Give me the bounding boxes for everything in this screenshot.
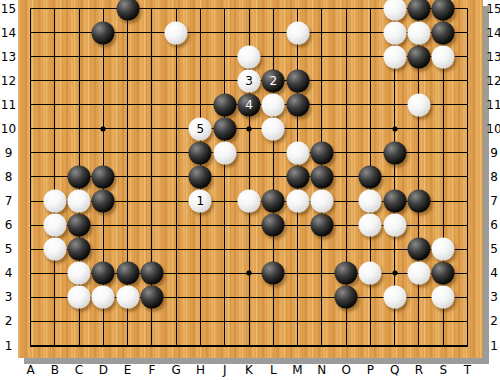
- grid-cell: [176, 249, 200, 273]
- grid-cell: [151, 152, 175, 176]
- grid-cell: [54, 80, 78, 104]
- black-stone[interactable]: [335, 286, 358, 309]
- white-stone[interactable]: [213, 141, 236, 164]
- coordinate-label: K: [239, 363, 259, 377]
- white-stone[interactable]: [116, 286, 139, 309]
- grid-cell: [103, 80, 127, 104]
- white-stone[interactable]: [359, 190, 382, 213]
- white-stone[interactable]: [68, 190, 91, 213]
- white-stone[interactable]: [92, 286, 115, 309]
- grid-cell: [418, 321, 442, 345]
- coordinate-label: 13: [0, 50, 17, 64]
- black-stone[interactable]: [407, 45, 430, 68]
- black-stone[interactable]: [432, 21, 455, 44]
- grid-cell: [127, 104, 151, 128]
- coordinate-label: 7: [0, 194, 17, 208]
- coordinate-label: L: [263, 363, 283, 377]
- black-stone[interactable]: [310, 166, 333, 189]
- coordinate-label: G: [166, 363, 186, 377]
- white-stone[interactable]: [359, 214, 382, 237]
- grid-cell: [200, 225, 224, 249]
- grid-cell: [79, 321, 103, 345]
- black-stone[interactable]: 2: [262, 69, 285, 92]
- coordinate-label: 9: [486, 146, 500, 160]
- white-stone[interactable]: [286, 190, 309, 213]
- grid-cell: [249, 152, 273, 176]
- white-stone[interactable]: [262, 117, 285, 140]
- black-stone[interactable]: [213, 117, 236, 140]
- coordinate-label: 2: [0, 314, 17, 328]
- grid-cell: [127, 152, 151, 176]
- grid-cell: [79, 80, 103, 104]
- black-stone[interactable]: [213, 93, 236, 116]
- coordinate-label: P: [360, 363, 380, 377]
- black-stone[interactable]: [407, 190, 430, 213]
- coordinate-label: 12: [486, 74, 500, 88]
- black-stone[interactable]: [92, 166, 115, 189]
- white-stone[interactable]: [262, 93, 285, 116]
- go-diagram: 24351 151413121110987654321 151413121110…: [0, 0, 500, 380]
- coordinate-label: M: [288, 363, 308, 377]
- grid-cell: [176, 80, 200, 104]
- white-stone[interactable]: [432, 286, 455, 309]
- grid-cell: [443, 80, 467, 104]
- white-stone[interactable]: [286, 21, 309, 44]
- grid-cell: [151, 321, 175, 345]
- black-stone[interactable]: [286, 166, 309, 189]
- coordinate-label: D: [93, 363, 113, 377]
- grid-cell: [103, 321, 127, 345]
- coordinate-label: 1: [0, 339, 17, 353]
- coordinate-label: 6: [0, 218, 17, 232]
- grid-cell: [346, 104, 370, 128]
- star-point: [392, 271, 397, 276]
- white-stone[interactable]: [432, 45, 455, 68]
- black-stone[interactable]: [68, 214, 91, 237]
- black-stone[interactable]: [432, 262, 455, 285]
- grid-cell: [176, 321, 200, 345]
- coordinate-label: E: [118, 363, 138, 377]
- star-point: [247, 271, 252, 276]
- grid-cell: [346, 32, 370, 56]
- grid-cell: [418, 152, 442, 176]
- coordinate-label: S: [433, 363, 453, 377]
- black-stone[interactable]: [68, 166, 91, 189]
- black-stone[interactable]: [140, 286, 163, 309]
- grid-cell: [224, 297, 248, 321]
- coordinate-label: C: [69, 363, 89, 377]
- black-stone[interactable]: [286, 93, 309, 116]
- grid-cell: [346, 8, 370, 32]
- coordinate-label: 12: [0, 74, 17, 88]
- grid-cell: [30, 32, 54, 56]
- grid-cell: [151, 225, 175, 249]
- coordinate-label: 14: [486, 26, 500, 40]
- white-stone[interactable]: [383, 21, 406, 44]
- grid-cell: [321, 321, 345, 345]
- grid-cell: [54, 8, 78, 32]
- coordinate-label: B: [45, 363, 65, 377]
- grid-cell: [30, 104, 54, 128]
- grid-cell: [30, 273, 54, 297]
- grid-cell: [224, 225, 248, 249]
- grid-cell: [200, 321, 224, 345]
- coordinate-label: 7: [486, 194, 500, 208]
- grid-cell: [151, 80, 175, 104]
- grid-cell: [200, 56, 224, 80]
- grid-cell: [224, 321, 248, 345]
- grid-cell: [418, 128, 442, 152]
- star-point: [247, 126, 252, 131]
- grid-cell: [297, 321, 321, 345]
- grid-cell: [176, 273, 200, 297]
- grid-cell: [54, 56, 78, 80]
- coordinate-label: 14: [0, 26, 17, 40]
- grid-cell: [127, 56, 151, 80]
- grid-cell: [200, 249, 224, 273]
- grid-cell: [297, 273, 321, 297]
- grid-cell: [321, 56, 345, 80]
- grid-cell: [151, 201, 175, 225]
- white-stone[interactable]: [407, 21, 430, 44]
- white-stone[interactable]: [383, 45, 406, 68]
- coordinate-label: 5: [486, 242, 500, 256]
- grid-cell: [370, 80, 394, 104]
- coordinate-label: 2: [486, 314, 500, 328]
- grid-cell: [321, 32, 345, 56]
- grid-cell: [443, 176, 467, 200]
- white-stone[interactable]: [310, 190, 333, 213]
- coordinate-label: A: [21, 363, 41, 377]
- black-stone[interactable]: [189, 166, 212, 189]
- grid-cell: [443, 201, 467, 225]
- grid-cell: [321, 80, 345, 104]
- white-stone[interactable]: [238, 190, 261, 213]
- black-stone[interactable]: [92, 262, 115, 285]
- black-stone[interactable]: [92, 190, 115, 213]
- coordinate-label: 15: [0, 2, 17, 16]
- grid-cell: [224, 249, 248, 273]
- black-stone[interactable]: [286, 69, 309, 92]
- coordinate-label: 4: [486, 266, 500, 280]
- black-stone[interactable]: [189, 141, 212, 164]
- grid-cell: [30, 297, 54, 321]
- star-point: [101, 126, 106, 131]
- grid-cell: [103, 104, 127, 128]
- coordinate-label: 13: [486, 50, 500, 64]
- white-stone[interactable]: 1: [189, 190, 212, 213]
- go-board[interactable]: 24351: [18, 0, 483, 358]
- grid-cell: [346, 80, 370, 104]
- black-stone[interactable]: [310, 141, 333, 164]
- coordinate-label: H: [190, 363, 210, 377]
- grid-cell: [224, 273, 248, 297]
- grid-cell: [297, 297, 321, 321]
- coordinate-label: R: [409, 363, 429, 377]
- grid-cell: [30, 80, 54, 104]
- star-point: [392, 126, 397, 131]
- white-stone[interactable]: 5: [189, 117, 212, 140]
- coordinate-label: F: [142, 363, 162, 377]
- black-stone[interactable]: [140, 262, 163, 285]
- coordinate-label: Q: [385, 363, 405, 377]
- black-stone[interactable]: [383, 190, 406, 213]
- coordinate-label: 8: [486, 170, 500, 184]
- grid-cell: [200, 273, 224, 297]
- grid-cell: [127, 128, 151, 152]
- coordinate-label: 9: [0, 146, 17, 160]
- coordinate-label: 3: [0, 290, 17, 304]
- grid-cell: [297, 249, 321, 273]
- grid-cell: [321, 104, 345, 128]
- coordinate-label: N: [312, 363, 332, 377]
- move-number-label: 2: [262, 69, 285, 92]
- white-stone[interactable]: [68, 286, 91, 309]
- white-stone[interactable]: [407, 262, 430, 285]
- coordinate-label: J: [215, 363, 235, 377]
- grid-cell: [443, 152, 467, 176]
- coordinate-label: 6: [486, 218, 500, 232]
- grid-cell: [273, 297, 297, 321]
- white-stone[interactable]: 3: [238, 69, 261, 92]
- grid-cell: [249, 297, 273, 321]
- grid-cell: [127, 201, 151, 225]
- grid-cell: [443, 104, 467, 128]
- black-stone[interactable]: [92, 21, 115, 44]
- black-stone[interactable]: [310, 214, 333, 237]
- white-stone[interactable]: [238, 45, 261, 68]
- grid-cell: [127, 176, 151, 200]
- coordinate-label: 8: [0, 170, 17, 184]
- black-stone[interactable]: [262, 214, 285, 237]
- grid-cell: [127, 321, 151, 345]
- coordinate-label: O: [336, 363, 356, 377]
- grid-cell: [151, 128, 175, 152]
- coordinate-label: 15: [486, 2, 500, 16]
- white-stone[interactable]: [407, 93, 430, 116]
- grid-cell: [370, 321, 394, 345]
- grid-cell: [127, 80, 151, 104]
- coordinate-label: 4: [0, 266, 17, 280]
- grid-cell: [321, 8, 345, 32]
- white-stone[interactable]: [432, 238, 455, 261]
- move-number-label: 4: [238, 93, 261, 116]
- black-stone[interactable]: [383, 141, 406, 164]
- grid-cell: [249, 8, 273, 32]
- black-stone[interactable]: [262, 262, 285, 285]
- grid-cell: [30, 128, 54, 152]
- grid-cell: [79, 56, 103, 80]
- black-stone[interactable]: [335, 262, 358, 285]
- white-stone[interactable]: [165, 21, 188, 44]
- black-stone[interactable]: [407, 238, 430, 261]
- coordinate-label: 3: [486, 290, 500, 304]
- grid-cell: [443, 321, 467, 345]
- grid-cell: [249, 321, 273, 345]
- grid-cell: [30, 8, 54, 32]
- black-stone[interactable]: [359, 166, 382, 189]
- coordinate-label: 10: [0, 122, 17, 136]
- grid-cell: [103, 225, 127, 249]
- move-number-label: 1: [189, 190, 212, 213]
- grid-cell: [176, 225, 200, 249]
- grid-cell: [176, 297, 200, 321]
- grid-cell: [30, 56, 54, 80]
- white-stone[interactable]: [43, 190, 66, 213]
- black-stone[interactable]: [262, 190, 285, 213]
- coordinate-label: 11: [0, 98, 17, 112]
- white-stone[interactable]: [43, 238, 66, 261]
- grid-cell: [346, 56, 370, 80]
- grid-cell: [151, 104, 175, 128]
- grid-cell: [200, 32, 224, 56]
- grid-cell: [394, 321, 418, 345]
- white-stone[interactable]: [68, 262, 91, 285]
- grid-cell: [54, 32, 78, 56]
- grid-cell: [346, 321, 370, 345]
- coordinate-label: 10: [486, 122, 500, 136]
- grid-cell: [54, 128, 78, 152]
- grid-cell: [30, 321, 54, 345]
- move-number-label: 3: [238, 69, 261, 92]
- grid-cell: [54, 104, 78, 128]
- white-stone[interactable]: [383, 214, 406, 237]
- grid-cell: [103, 56, 127, 80]
- grid-cell: [273, 321, 297, 345]
- grid-cell: [346, 128, 370, 152]
- white-stone[interactable]: [286, 141, 309, 164]
- grid-cell: [200, 297, 224, 321]
- grid-cell: [30, 152, 54, 176]
- white-stone[interactable]: [359, 262, 382, 285]
- coordinate-label: 5: [0, 242, 17, 256]
- black-stone[interactable]: [68, 238, 91, 261]
- grid-cell: [151, 176, 175, 200]
- grid-cell: [176, 56, 200, 80]
- grid-cell: [127, 32, 151, 56]
- grid-cell: [127, 225, 151, 249]
- grid-cell: [370, 104, 394, 128]
- grid-cell: [79, 128, 103, 152]
- coordinate-label: 1: [486, 339, 500, 353]
- grid-cell: [443, 128, 467, 152]
- coordinate-label: T: [458, 363, 478, 377]
- move-number-label: 5: [189, 117, 212, 140]
- white-stone[interactable]: [43, 214, 66, 237]
- grid-cell: [151, 56, 175, 80]
- black-stone[interactable]: [116, 262, 139, 285]
- grid-cell: [54, 321, 78, 345]
- black-stone[interactable]: 4: [238, 93, 261, 116]
- coordinate-label: 11: [486, 98, 500, 112]
- grid-cell: [103, 128, 127, 152]
- grid-cell: [224, 8, 248, 32]
- grid-cell: [200, 8, 224, 32]
- grid-cell: [79, 104, 103, 128]
- white-stone[interactable]: [383, 286, 406, 309]
